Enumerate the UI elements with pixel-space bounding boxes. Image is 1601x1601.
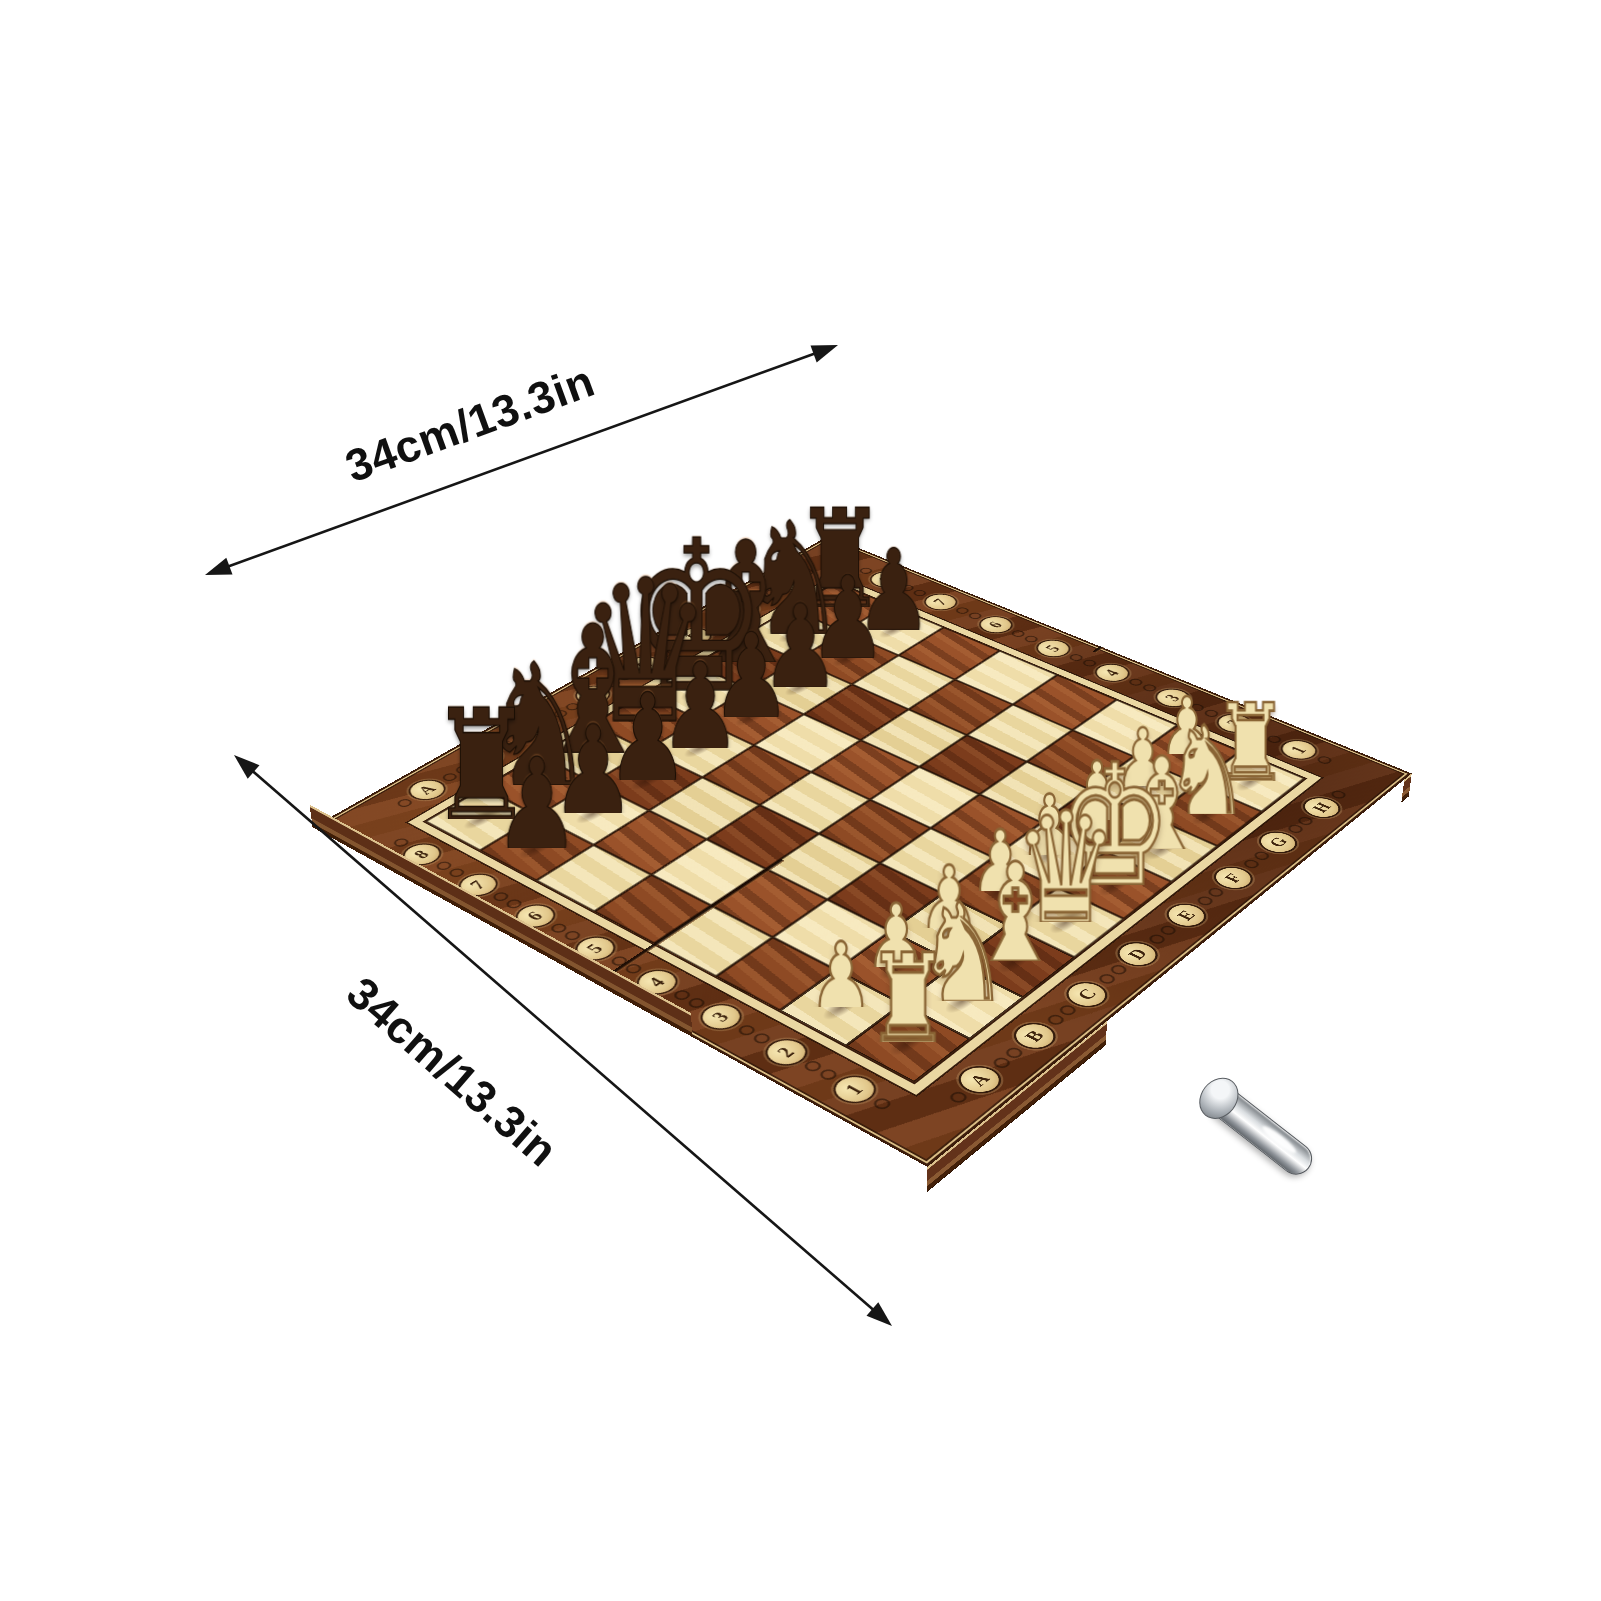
piece-white-pawn-a2[interactable]: ♟ bbox=[809, 942, 873, 1012]
rank-label-5-right: 5 bbox=[1032, 638, 1075, 660]
file-label-a-near: A bbox=[953, 1062, 1006, 1096]
square-c5[interactable] bbox=[707, 805, 819, 869]
file-label-f-near: F bbox=[1209, 864, 1257, 892]
file-label-h-near: H bbox=[1298, 794, 1344, 820]
file-label-d-near: D bbox=[1112, 939, 1162, 969]
file-label-b-near: B bbox=[1008, 1020, 1060, 1053]
product-photo-stage: ABCDEFGH ABCDEFGH 87654321 87654321 ♜♞♝♛… bbox=[0, 0, 1601, 1601]
board-grid: ♜♞♝♛♚♝♞♜♟♟♟♟♟♟♟♟♟♟♟♟♟♟♟♟♜♞♝♛♚♝♞♜ bbox=[425, 582, 1304, 1082]
file-label-c-near: C bbox=[1061, 978, 1112, 1010]
dimension-label-top: 34cm/13.3in bbox=[339, 355, 602, 493]
file-label-e-near: E bbox=[1161, 901, 1210, 930]
piece-black-pawn-a7[interactable]: ♟ bbox=[494, 757, 580, 852]
rank-label-6-right: 6 bbox=[975, 614, 1017, 635]
piece-white-rook-a1[interactable]: ♜ bbox=[865, 954, 950, 1048]
rank-label-4-right: 4 bbox=[1090, 662, 1133, 685]
dimension-label-left: 34cm/13.3in bbox=[337, 967, 568, 1177]
file-label-g-near: G bbox=[1254, 828, 1301, 855]
